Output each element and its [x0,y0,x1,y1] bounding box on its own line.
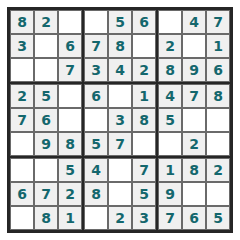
cell-r9c6[interactable]: 3 [132,206,156,230]
cell-r1c4[interactable] [84,10,108,34]
cell-r1c2[interactable]: 2 [34,10,58,34]
cell-r6c1[interactable] [10,132,34,156]
cell-r7c9[interactable]: 2 [206,158,230,182]
cell-r6c7[interactable] [158,132,182,156]
cell-r5c9[interactable] [206,108,230,132]
cell-r8c1[interactable]: 6 [10,182,34,206]
cell-r9c1[interactable] [10,206,34,230]
cell-r3c1[interactable] [10,58,34,82]
box-8: 478523 [83,157,157,231]
cell-r1c3[interactable] [58,10,82,34]
cell-r6c9[interactable] [206,132,230,156]
cell-r8c3[interactable]: 2 [58,182,82,206]
cell-r7c6[interactable]: 7 [132,158,156,182]
cell-r7c4[interactable]: 4 [84,158,108,182]
cell-r9c3[interactable]: 1 [58,206,82,230]
box-6: 47852 [157,83,231,157]
cell-r3c9[interactable]: 6 [206,58,230,82]
cell-r2c2[interactable] [34,34,58,58]
cell-r1c6[interactable]: 6 [132,10,156,34]
cell-r8c9[interactable] [206,182,230,206]
cell-r7c1[interactable] [10,158,34,182]
cell-r1c1[interactable]: 8 [10,10,34,34]
cell-r3c7[interactable]: 8 [158,58,182,82]
cell-r8c5[interactable] [108,182,132,206]
cell-r6c4[interactable]: 5 [84,132,108,156]
cell-r2c4[interactable]: 7 [84,34,108,58]
cell-r7c2[interactable] [34,158,58,182]
cell-r8c7[interactable]: 9 [158,182,182,206]
cell-r1c5[interactable]: 5 [108,10,132,34]
cell-r5c4[interactable] [84,108,108,132]
cell-r7c5[interactable] [108,158,132,182]
cell-r7c8[interactable]: 8 [182,158,206,182]
cell-r4c2[interactable]: 5 [34,84,58,108]
cell-r6c5[interactable]: 7 [108,132,132,156]
box-3: 4721896 [157,9,231,83]
cell-r5c3[interactable] [58,108,82,132]
cell-r8c4[interactable]: 8 [84,182,108,206]
cell-r1c9[interactable]: 7 [206,10,230,34]
cell-r2c8[interactable] [182,34,206,58]
box-9: 1829765 [157,157,231,231]
cell-r1c7[interactable] [158,10,182,34]
cell-r8c6[interactable]: 5 [132,182,156,206]
cell-r3c3[interactable]: 7 [58,58,82,82]
cell-r2c5[interactable]: 8 [108,34,132,58]
cell-r2c3[interactable]: 6 [58,34,82,58]
cell-r4c5[interactable] [108,84,132,108]
box-7: 567281 [9,157,83,231]
cell-r9c5[interactable]: 2 [108,206,132,230]
cell-r9c4[interactable] [84,206,108,230]
cell-r6c2[interactable]: 9 [34,132,58,156]
cell-r5c7[interactable]: 5 [158,108,182,132]
cell-r8c8[interactable] [182,182,206,206]
cell-r5c5[interactable]: 3 [108,108,132,132]
box-5: 613857 [83,83,157,157]
cell-r3c8[interactable]: 9 [182,58,206,82]
sudoku-board: 8236756783424721896257698613857478525672… [7,7,233,233]
cell-r7c3[interactable]: 5 [58,158,82,182]
cell-r4c8[interactable]: 7 [182,84,206,108]
cell-r4c9[interactable]: 8 [206,84,230,108]
cell-r4c4[interactable]: 6 [84,84,108,108]
cell-r5c6[interactable]: 8 [132,108,156,132]
cell-r3c6[interactable]: 2 [132,58,156,82]
cell-r4c1[interactable]: 2 [10,84,34,108]
cell-r6c6[interactable] [132,132,156,156]
cell-r3c4[interactable]: 3 [84,58,108,82]
cell-r4c7[interactable]: 4 [158,84,182,108]
box-2: 5678342 [83,9,157,83]
cell-r3c2[interactable] [34,58,58,82]
cell-r7c7[interactable]: 1 [158,158,182,182]
cell-r6c8[interactable]: 2 [182,132,206,156]
cell-r4c6[interactable]: 1 [132,84,156,108]
box-4: 257698 [9,83,83,157]
cell-r9c9[interactable]: 5 [206,206,230,230]
cell-r1c8[interactable]: 4 [182,10,206,34]
cell-r9c2[interactable]: 8 [34,206,58,230]
cell-r5c2[interactable]: 6 [34,108,58,132]
cell-r5c8[interactable] [182,108,206,132]
box-1: 82367 [9,9,83,83]
cell-r3c5[interactable]: 4 [108,58,132,82]
cell-r4c3[interactable] [58,84,82,108]
cell-r8c2[interactable]: 7 [34,182,58,206]
cell-r9c7[interactable]: 7 [158,206,182,230]
cell-r2c6[interactable] [132,34,156,58]
cell-r2c1[interactable]: 3 [10,34,34,58]
cell-r2c9[interactable]: 1 [206,34,230,58]
cell-r5c1[interactable]: 7 [10,108,34,132]
cell-r2c7[interactable]: 2 [158,34,182,58]
cell-r9c8[interactable]: 6 [182,206,206,230]
cell-r6c3[interactable]: 8 [58,132,82,156]
